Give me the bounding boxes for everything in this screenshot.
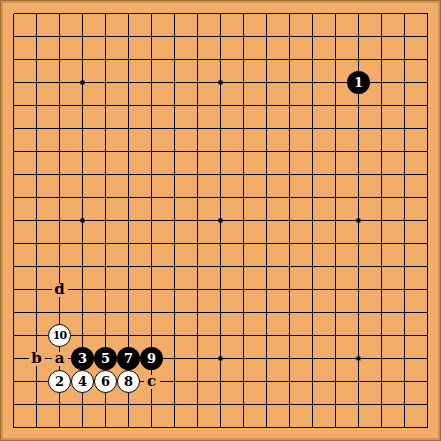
stone-black-9: 9 [140, 347, 163, 370]
stone-black-5: 5 [94, 347, 117, 370]
stone-white-10: 10 [48, 324, 71, 347]
label-b: b [29, 352, 45, 366]
stone-white-8: 8 [117, 370, 140, 393]
stone-black-1: 1 [347, 71, 370, 94]
stone-black-7: 7 [117, 347, 140, 370]
stones-layer: 12345678910abcd [0, 0, 441, 441]
go-board: 12345678910abcd [0, 0, 441, 441]
stone-white-2: 2 [48, 370, 71, 393]
label-a: a [52, 352, 68, 366]
stone-white-4: 4 [71, 370, 94, 393]
stone-white-6: 6 [94, 370, 117, 393]
label-d: d [52, 283, 68, 297]
label-c: c [144, 375, 160, 389]
stone-black-3: 3 [71, 347, 94, 370]
